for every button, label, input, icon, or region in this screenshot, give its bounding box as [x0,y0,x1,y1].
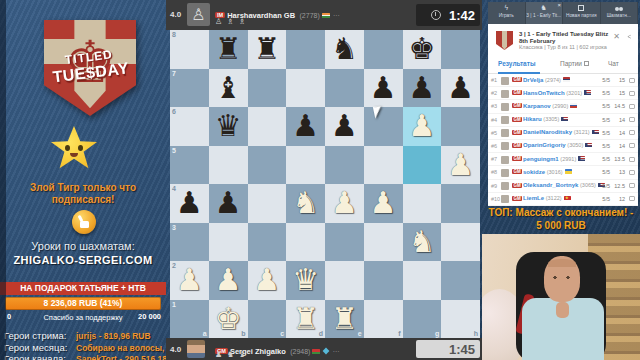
rank: #2 [491,90,497,96]
file-label-h: h [474,330,478,337]
white-pawn[interactable]: ♟ [331,188,358,218]
chesscom-window: ϟИграть♞3 | 1 - Early Tit...×Новая парти… [482,0,640,360]
square-a1[interactable]: 1a [170,300,209,339]
square-d6[interactable]: ♟ [286,107,325,146]
people-icon [601,3,638,13]
bottom-player-score: 4.0 [170,345,181,354]
player-link[interactable]: Karpanov (2990) [523,103,577,109]
file-label-g: g [435,330,439,337]
us-flag-icon [578,156,585,161]
square-b2[interactable]: ♟ [209,261,248,300]
tiebreak: 15 [613,77,625,83]
rank: #5 [491,130,497,136]
tiebreak: 12 [613,196,625,202]
rank-label-3: 3 [172,224,176,231]
file-label-d: d [319,330,323,337]
tiebreak: 14.5 [613,103,625,109]
standings-row: #6GMOparinGrigoriy (3050)5/514 [488,140,638,153]
rating: (3050) [567,142,583,148]
square-b4[interactable]: ♟ [209,184,248,223]
square-h3[interactable] [441,223,480,262]
square-f8[interactable] [364,30,403,69]
tournament-panel: 3 | 1 - Early Titled Tuesday Blitz 8th F… [488,24,638,206]
window-tab-knight[interactable]: ♞3 | 1 - Early Tit...× [526,2,564,24]
square-h4[interactable] [441,184,480,223]
streamer-hand [556,302,569,318]
rank-label-8: 8 [172,31,176,38]
score: 5/5 [602,103,610,109]
share-icon[interactable]: < [628,32,632,41]
square-e5[interactable] [325,146,364,185]
rank-label-6: 6 [172,108,176,115]
file-label-c: c [280,330,284,337]
tiebreak: 14 [613,143,625,149]
window-tab-plus-square[interactable]: Новая партия [563,2,601,24]
player-link[interactable]: LiemLe (3122) [523,195,571,201]
tab-close-icon[interactable]: × [557,2,561,8]
player-link[interactable]: HansOnTwitch (3201) [523,90,591,96]
rating: (3305) [543,116,559,122]
left-edge-strip [0,0,6,360]
score: 5/5 [602,77,610,83]
lightning-icon: ϟ [488,3,525,13]
score: 5/5 [602,183,610,189]
rank: #1 [491,77,497,83]
more-options-icon[interactable]: ⋯ [332,348,340,355]
avatar [501,142,509,150]
score: 5/5 [602,169,610,175]
square-f6[interactable] [364,107,403,146]
chat-icon[interactable] [629,157,635,162]
file-label-e: e [358,330,362,337]
gm-badge: GM [512,143,522,148]
top-player-bar: 4.0 ♙ IMHarshavardhan GB (2778)⋯ ♙ ♗ ♗ 1… [166,0,482,30]
rating: (3122) [546,195,562,201]
file-label-f: f [398,330,400,337]
square-e3[interactable] [325,223,364,262]
white-knight[interactable]: ♞ [292,188,319,218]
square-b7[interactable]: ♝ [209,69,248,108]
standings-row: #3GMKarpanov (2990)5/514.5 [488,100,638,113]
player-link[interactable]: penguingm1 (2991) [523,156,585,162]
rank-label-5: 5 [172,147,176,154]
standings-row: #1GMDrVelja (2974)5/515 [488,74,638,87]
square-g3[interactable]: ♞ [403,223,442,262]
score: 5/5 [602,90,610,96]
gm-badge: GM [512,196,522,201]
window-tab-bar: ϟИграть♞3 | 1 - Early Tit...×Новая парти… [488,2,638,24]
white-pawn[interactable]: ♟ [447,150,474,180]
gm-badge: GM [512,103,522,108]
standings-row: #2GMHansOnTwitch (3201)5/515 [488,87,638,100]
square-c8[interactable]: ♜ [248,30,287,69]
square-d8[interactable] [286,30,325,69]
avatar [501,77,509,85]
rank-label-1: 1 [172,301,176,308]
square-a6[interactable]: 6 [170,107,209,146]
view-tab-games[interactable]: Партии [560,60,589,67]
square-h1[interactable]: h [441,300,480,339]
square-d5[interactable] [286,146,325,185]
avatar [501,129,509,137]
rating: (3121) [574,129,590,135]
window-tab-lightning[interactable]: ϟИграть [488,2,526,24]
titled-tuesday-logo: ♚ TITLED TUE$DAY [44,20,136,116]
square-c7[interactable] [248,69,287,108]
gm-badge: GM [512,77,522,82]
bottom-player-clock: 1:45 [416,340,480,358]
thumbs-up-coin-icon [72,210,96,234]
rank-label-4: 4 [172,185,176,192]
chat-icon[interactable] [629,183,635,188]
avatar [501,182,509,190]
rating: (3016) [547,169,563,175]
square-c3[interactable] [248,223,287,262]
standings-row: #4GMHikaru (3305)5/514 [488,114,638,127]
heroes-list: Герои стрима:jurijs - 819,96 RUBГерои ме… [4,325,164,360]
tournament-logo [496,31,513,50]
square-e2[interactable] [325,261,364,300]
bottom-player-bar: 4.0 GMSergei Zhigalko (2948)⋯ ♟ ♞ ♝ 1:45 [166,338,482,360]
player-link[interactable]: sokidze (3016) [523,169,572,175]
us-flag-icon [592,130,599,135]
square-h5[interactable]: ♟ [441,146,480,185]
rating: (2991) [560,156,576,162]
square-b3[interactable] [209,223,248,262]
white-queen[interactable]: ♛ [292,265,319,295]
square-e6[interactable]: ♟ [325,107,364,146]
tiebreak: 14 [613,130,625,136]
rank-label-7: 7 [172,70,176,77]
square-c5[interactable] [248,146,287,185]
ru-flag-icon [570,103,577,108]
square-g8[interactable]: ♚ [403,30,442,69]
square-c6[interactable] [248,107,287,146]
more-options-icon[interactable]: ⋯ [333,12,341,19]
score: 5/5 [602,130,610,136]
black-pawn[interactable]: ♟ [408,73,435,103]
clock-icon [431,10,441,20]
black-pawn[interactable]: ♟ [447,73,474,103]
rating: (3201) [566,90,582,96]
gm-badge: GM [512,183,522,188]
tiebreak: 12.5 [613,183,625,189]
black-pawn[interactable]: ♟ [370,73,397,103]
square-a3[interactable]: 3 [170,223,209,262]
square-f1[interactable]: f [364,300,403,339]
black-pawn[interactable]: ♟ [292,111,319,141]
white-pawn[interactable]: ♟ [370,188,397,218]
square-c1[interactable]: c [248,300,287,339]
player-link[interactable]: DrVelja (2974) [523,77,570,83]
square-g1[interactable]: g [403,300,442,339]
rank: #10 [491,196,500,202]
tiebreak: 14 [613,117,625,123]
white-king[interactable]: ♚ [215,304,242,334]
donation-progress-bar: 8 236,08 RUB (41%) [5,297,161,310]
square-a7[interactable]: 7 [170,69,209,108]
us-flag-icon [584,90,591,95]
rank: #6 [491,143,497,149]
square-e4[interactable]: ♟ [325,184,364,223]
black-knight[interactable]: ♞ [331,34,358,64]
square-a5[interactable]: 5 [170,146,209,185]
black-pawn[interactable]: ♟ [176,188,203,218]
black-rook[interactable]: ♜ [253,34,280,64]
square-d1[interactable]: d♜ [286,300,325,339]
tiebreak: 15 [613,90,625,96]
avatar [501,116,509,124]
standings-row: #9GMOleksandr_Bortnyk (3065)5/512.5 [488,180,638,193]
square-d4[interactable]: ♞ [286,184,325,223]
chess-board: 8♜♜♞♚7♝♟♟♟6♛♟♟♟5♟4♟♟♞♟♟3♞2♟♟♟♛1ab♚cd♜e♜f… [170,30,480,338]
file-label-a: a [203,330,207,337]
square-h8[interactable] [441,30,480,69]
white-rook[interactable]: ♜ [331,304,358,334]
gm-badge: GM [512,169,522,174]
rank: #8 [491,169,497,175]
square-f5[interactable] [364,146,403,185]
top-donation-banner: ТОП: Массаж с окончанием! - 5 000 RUB [482,206,640,234]
tiebreak: 13.5 [613,156,625,162]
chat-icon[interactable] [629,117,635,122]
tournament-title: 3 | 1 - Early Titled Tuesday Blitz 8th F… [519,31,614,45]
rating: (3065) [580,182,596,188]
top-player-clock: 1:42 [416,4,480,26]
white-rook[interactable]: ♜ [292,304,319,334]
ua-flag-icon [565,169,572,174]
square-a4[interactable]: 4♟ [170,184,209,223]
square-a8[interactable]: 8 [170,30,209,69]
square-d3[interactable] [286,223,325,262]
square-h6[interactable] [441,107,480,146]
square-c2[interactable]: ♟ [248,261,287,300]
vn-flag-icon [564,196,571,201]
score: 5/5 [602,143,610,149]
score: 5/5 [602,156,610,162]
subscriber-alert: Злой Тигр только что подписался! [0,182,166,206]
avatar [501,169,509,177]
player-link[interactable]: OparinGrigoriy (3050) [523,142,592,148]
top-player-score: 4.0 [170,10,181,19]
window-tab-people[interactable]: Шахматн... [601,2,639,24]
standings-row: #5GMDanielNaroditsky (3121)5/514 [488,127,638,140]
square-f2[interactable] [364,261,403,300]
us-flag-icon [585,143,592,148]
square-c4[interactable] [248,184,287,223]
bottom-player-rating: (2948) [290,348,310,355]
black-king[interactable]: ♚ [408,34,435,64]
stream-overlay: ♚ TITLED TUE$DAY Злой Тигр только что по… [0,0,640,360]
gm-badge: GM [512,156,522,161]
player-link[interactable]: Hikaru (3305) [523,116,568,122]
square-f3[interactable] [364,223,403,262]
white-pawn[interactable]: ♟ [176,265,203,295]
belarus-flag-icon [312,349,320,354]
player-link[interactable]: Oleksandr_Bortnyk (3065) [523,182,605,188]
standings-list: #1GMDrVelja (2974)5/515#2GMHansOnTwitch … [488,74,638,206]
chat-icon[interactable] [629,170,635,175]
square-e7[interactable] [325,69,364,108]
chat-icon[interactable] [629,143,635,148]
streamer-webcam [482,234,640,360]
lessons-site-url: ZHIGALKO-SERGEI.COM [0,254,166,266]
square-g6[interactable]: ♟ [403,107,442,146]
square-h2[interactable] [441,261,480,300]
square-g5[interactable] [403,146,442,185]
standings-row: #10GMLiemLe (3122)5/512 [488,193,638,206]
top-player-avatar[interactable]: ♙ [187,3,210,26]
standings-row: #8GMsokidze (3016)5/513 [488,166,638,179]
square-g4[interactable] [403,184,442,223]
view-tab-chat[interactable]: Чат [608,60,619,67]
avatar [501,156,509,164]
avatar [501,195,509,203]
rank: #7 [491,156,497,162]
stream-sidebar: ♚ TITLED TUE$DAY Злой Тигр только что по… [0,0,166,360]
close-icon[interactable]: ✕ [613,32,620,41]
top-player-captured-pieces: ♙ ♗ ♗ [215,17,247,26]
score: 5/5 [602,196,610,202]
square-f7[interactable]: ♟ [364,69,403,108]
white-pawn[interactable]: ♟ [215,265,242,295]
rating: (2974) [545,77,561,83]
tiebreak: 13 [613,169,625,175]
chat-icon[interactable] [629,91,635,96]
streamer-face [544,256,580,302]
game-area: 4.0 ♙ IMHarshavardhan GB (2778)⋯ ♙ ♗ ♗ 1… [166,0,482,360]
black-pawn[interactable]: ♟ [331,111,358,141]
file-label-b: b [241,330,245,337]
square-a2[interactable]: 2♟ [170,261,209,300]
standings-row: #7GMpenguingm1 (2991)5/513.5 [488,153,638,166]
bottom-player-avatar[interactable] [187,340,205,358]
star-mascot [50,126,98,172]
white-pawn[interactable]: ♟ [408,111,435,141]
black-pawn[interactable]: ♟ [215,188,242,218]
chat-icon[interactable] [629,130,635,135]
rank: #3 [491,103,497,109]
india-flag-icon [322,13,330,18]
chat-icon[interactable] [629,78,635,83]
avatar [501,90,509,98]
tournament-subtitle: Классика | Тур 8 из 11 | 602 игрока [519,44,614,50]
rank-label-2: 2 [172,262,176,269]
white-knight[interactable]: ♞ [408,227,435,257]
hero-row: Герои стрима:jurijs - 819,96 RUB [4,325,164,337]
donation-max: 20 000 [138,312,161,321]
hero-row: Герои месяца:Собираю на волосы, пока: [4,337,164,349]
top-player-rating: (2778) [300,12,320,19]
chat-icon[interactable] [629,104,635,109]
gm-badge: GM [512,117,522,122]
white-pawn[interactable]: ♟ [253,265,280,295]
black-bishop[interactable]: ♝ [215,73,242,103]
diamond-member-icon [323,348,330,355]
bottom-player-captured-pieces: ♟ ♞ ♝ [215,350,247,359]
square-b1[interactable]: b♚ [209,300,248,339]
gm-badge: GM [512,130,522,135]
rs-flag-icon [563,77,570,82]
square-e8[interactable]: ♞ [325,30,364,69]
plus-square-icon [563,3,600,13]
square-d2[interactable]: ♛ [286,261,325,300]
avatar [501,103,509,111]
square-b8[interactable]: ♜ [209,30,248,69]
us-flag-icon [561,117,568,122]
player-link[interactable]: DanielNaroditsky (3121) [523,129,599,135]
square-b5[interactable] [209,146,248,185]
external-link-icon [584,61,589,66]
gm-badge: GM [512,90,522,95]
rank: #9 [491,183,497,189]
results-tab-row: РезультатыПартииЧат [488,56,638,74]
black-rook[interactable]: ♜ [215,34,242,64]
view-tab-results[interactable]: Результаты [498,60,535,67]
score: 5/5 [602,117,610,123]
square-e1[interactable]: e♜ [325,300,364,339]
donation-banner: НА ПОДАРОК ТАТЬЯНЕ + НТВ [0,282,166,295]
square-g2[interactable] [403,261,442,300]
square-h7[interactable]: ♟ [441,69,480,108]
square-b6[interactable]: ♛ [209,107,248,146]
square-d7[interactable] [286,69,325,108]
black-queen[interactable]: ♛ [215,111,242,141]
rating: (2990) [552,103,568,109]
square-g7[interactable]: ♟ [403,69,442,108]
chat-icon[interactable] [629,196,635,201]
hero-row: Герои канала:SanekTort - 290 516,18 RL [4,348,164,360]
rank: #4 [491,117,497,123]
lessons-promo: Уроки по шахматам: ZHIGALKO-SERGEI.COM [0,240,166,266]
square-f4[interactable]: ♟ [364,184,403,223]
